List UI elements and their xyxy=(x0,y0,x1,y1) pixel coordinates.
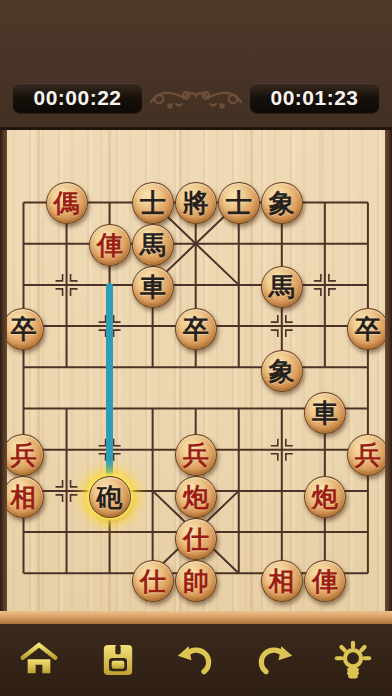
piece-label: 兵 xyxy=(355,435,381,475)
xiangqi-board[interactable]: 傌士將士象俥馬車馬卒卒卒象車兵兵兵相砲炮炮仕仕帥相俥 xyxy=(0,127,392,624)
piece-black-elephant[interactable]: 象 xyxy=(261,182,303,224)
board-frame-right xyxy=(385,127,392,611)
piece-black-chariot[interactable]: 車 xyxy=(132,266,174,308)
piece-red-elephant[interactable]: 相 xyxy=(2,476,44,518)
piece-label: 車 xyxy=(140,267,166,307)
piece-label: 卒 xyxy=(10,309,36,349)
piece-label: 卒 xyxy=(355,309,381,349)
right-timer: 00:01:23 xyxy=(250,83,379,113)
undo-button[interactable] xyxy=(173,637,219,683)
hint-button[interactable] xyxy=(330,637,376,683)
piece-label: 俥 xyxy=(97,225,123,265)
piece-label: 炮 xyxy=(183,477,209,517)
hint-lightbulb-icon xyxy=(332,639,374,681)
piece-black-elephant[interactable]: 象 xyxy=(261,350,303,392)
board-frame-left xyxy=(0,127,7,611)
home-icon xyxy=(19,640,59,680)
piece-label: 馬 xyxy=(140,225,166,265)
piece-black-chariot[interactable]: 車 xyxy=(304,392,346,434)
piece-red-soldier[interactable]: 兵 xyxy=(175,434,217,476)
piece-red-advisor[interactable]: 仕 xyxy=(132,560,174,602)
piece-label: 兵 xyxy=(10,435,36,475)
piece-red-chariot[interactable]: 俥 xyxy=(304,560,346,602)
piece-label: 將 xyxy=(183,183,209,223)
piece-label: 炮 xyxy=(312,477,338,517)
piece-black-general[interactable]: 將 xyxy=(175,182,217,224)
top-bar: 00:00:22 00:01:23 xyxy=(0,0,392,127)
piece-red-cannon[interactable]: 炮 xyxy=(304,476,346,518)
piece-black-horse[interactable]: 馬 xyxy=(132,224,174,266)
save-icon xyxy=(98,640,138,680)
piece-label: 馬 xyxy=(269,267,295,307)
redo-button[interactable] xyxy=(251,637,297,683)
left-timer: 00:00:22 xyxy=(13,83,142,113)
piece-label: 傌 xyxy=(54,183,80,223)
pieces-layer: 傌士將士象俥馬車馬卒卒卒象車兵兵兵相砲炮炮仕仕帥相俥 xyxy=(2,182,389,594)
piece-red-cannon[interactable]: 炮 xyxy=(175,476,217,518)
save-button[interactable] xyxy=(95,637,141,683)
piece-label: 象 xyxy=(269,183,295,223)
piece-label: 士 xyxy=(226,183,252,223)
piece-label: 象 xyxy=(269,351,295,391)
piece-label: 仕 xyxy=(183,519,209,559)
piece-label: 車 xyxy=(312,393,338,433)
redo-icon xyxy=(253,639,295,681)
right-timer-value: 00:01:23 xyxy=(270,86,358,110)
piece-black-soldier[interactable]: 卒 xyxy=(2,308,44,350)
piece-label: 士 xyxy=(140,183,166,223)
piece-label: 兵 xyxy=(183,435,209,475)
piece-black-advisor[interactable]: 士 xyxy=(218,182,260,224)
piece-red-chariot[interactable]: 俥 xyxy=(89,224,131,266)
piece-label: 仕 xyxy=(140,561,166,601)
piece-red-general[interactable]: 帥 xyxy=(175,560,217,602)
home-button[interactable] xyxy=(16,637,62,683)
piece-label: 相 xyxy=(10,477,36,517)
piece-label: 俥 xyxy=(312,561,338,601)
xiangqi-app-screen: 00:00:22 00:01:23 傌士將士象俥馬車馬卒卒卒象車 xyxy=(0,0,392,696)
piece-black-horse[interactable]: 馬 xyxy=(261,266,303,308)
piece-label: 砲 xyxy=(97,477,123,517)
piece-red-soldier[interactable]: 兵 xyxy=(2,434,44,476)
piece-red-horse[interactable]: 傌 xyxy=(46,182,88,224)
left-timer-value: 00:00:22 xyxy=(33,86,121,110)
piece-label: 卒 xyxy=(183,309,209,349)
piece-red-advisor[interactable]: 仕 xyxy=(175,518,217,560)
piece-black-soldier[interactable]: 卒 xyxy=(347,308,389,350)
piece-red-elephant[interactable]: 相 xyxy=(261,560,303,602)
undo-icon xyxy=(175,639,217,681)
bottom-toolbar xyxy=(0,624,392,696)
piece-black-advisor[interactable]: 士 xyxy=(132,182,174,224)
piece-label: 相 xyxy=(269,561,295,601)
piece-black-soldier[interactable]: 卒 xyxy=(175,308,217,350)
piece-red-soldier[interactable]: 兵 xyxy=(347,434,389,476)
piece-black-cannon[interactable]: 砲 xyxy=(89,476,131,518)
board-bottom-bevel xyxy=(0,611,392,624)
piece-label: 帥 xyxy=(183,561,209,601)
ornament-scroll-icon xyxy=(146,80,246,116)
